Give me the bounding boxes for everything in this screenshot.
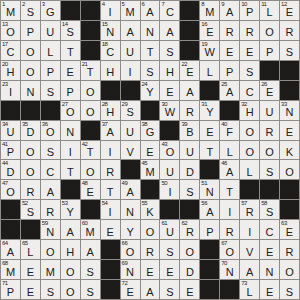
black-cell xyxy=(200,81,219,100)
grid-cell[interactable]: 17C xyxy=(1,41,20,60)
grid-cell[interactable]: R xyxy=(240,21,259,40)
cell-letter: H xyxy=(101,65,120,80)
cell-letter: F xyxy=(220,125,239,140)
cell-letter: V xyxy=(240,244,259,259)
cell-letter: O xyxy=(21,164,40,179)
cell-letter: A xyxy=(180,85,199,100)
grid-cell[interactable]: O xyxy=(21,141,40,160)
cell-letter: O xyxy=(21,145,40,160)
cell-letter: S xyxy=(240,65,259,80)
cell-letter: A xyxy=(121,184,140,199)
grid-cell[interactable]: R xyxy=(141,240,160,259)
grid-cell[interactable]: I xyxy=(121,61,140,80)
grid-cell[interactable]: O xyxy=(260,141,279,160)
cell-letter: E xyxy=(160,264,179,279)
grid-cell[interactable]: O xyxy=(240,141,259,160)
grid-cell[interactable]: O xyxy=(280,260,299,279)
grid-cell[interactable]: 37A xyxy=(101,121,120,140)
grid-cell[interactable]: 53Y xyxy=(61,200,80,219)
grid-cell[interactable]: 67O xyxy=(220,240,239,259)
grid-cell[interactable]: 39B xyxy=(180,121,199,140)
cell-letter: P xyxy=(1,145,20,160)
grid-cell[interactable]: P xyxy=(61,81,80,100)
grid-cell[interactable]: A xyxy=(141,280,160,299)
cell-letter: A xyxy=(240,264,259,279)
cell-letter: U xyxy=(121,125,140,140)
grid-cell[interactable]: E xyxy=(21,260,40,279)
grid-cell[interactable]: 5M xyxy=(121,1,140,20)
cell-letter: I xyxy=(101,204,120,219)
cell-letter: M xyxy=(121,5,140,20)
grid-cell[interactable]: S xyxy=(160,280,179,299)
cell-letter: O xyxy=(41,244,60,259)
grid-cell[interactable]: R xyxy=(220,21,239,40)
grid-cell[interactable]: R xyxy=(260,121,279,140)
cell-letter: N xyxy=(61,125,80,140)
cell-letter: A xyxy=(61,224,80,239)
cell-letter: A xyxy=(141,5,160,20)
grid-cell[interactable]: E xyxy=(260,280,279,299)
grid-cell[interactable]: 34U xyxy=(1,121,20,140)
grid-cell[interactable]: A xyxy=(180,81,199,100)
cell-letter: S xyxy=(141,65,160,80)
grid-cell[interactable]: A xyxy=(81,240,100,259)
cell-letter: O xyxy=(160,145,179,160)
grid-cell[interactable]: 44D xyxy=(1,160,20,179)
grid-cell[interactable]: S xyxy=(81,280,100,299)
grid-cell[interactable]: T xyxy=(220,180,239,199)
grid-cell[interactable]: 22E xyxy=(180,61,199,80)
grid-cell[interactable]: H xyxy=(101,61,120,80)
grid-cell[interactable]: 50I xyxy=(160,180,179,199)
grid-cell[interactable]: 70N xyxy=(220,260,239,279)
grid-cell[interactable]: E xyxy=(21,280,40,299)
cell-letter: T xyxy=(200,145,219,160)
grid-cell[interactable]: 65L xyxy=(21,240,40,259)
cell-letter: H xyxy=(1,65,20,80)
cell-letter: O xyxy=(1,184,20,199)
black-cell xyxy=(141,101,160,120)
grid-cell[interactable]: N xyxy=(141,21,160,40)
cell-letter: Y xyxy=(141,85,160,100)
grid-cell[interactable]: 61U xyxy=(160,220,179,239)
grid-cell[interactable]: H xyxy=(61,240,80,259)
grid-cell[interactable]: T xyxy=(61,41,80,60)
grid-cell[interactable]: 54I xyxy=(101,200,120,219)
cell-letter: D xyxy=(180,164,199,179)
grid-cell[interactable]: S xyxy=(280,280,299,299)
grid-cell[interactable]: 58S xyxy=(260,200,279,219)
black-cell xyxy=(280,81,299,100)
grid-cell[interactable]: A xyxy=(160,21,179,40)
cell-letter: M xyxy=(41,264,60,279)
grid-cell[interactable]: E xyxy=(280,121,299,140)
cell-letter: N xyxy=(101,25,120,40)
black-cell xyxy=(121,81,140,100)
cell-letter: O xyxy=(61,105,80,120)
cell-letter: S xyxy=(41,284,60,299)
cell-letter: K xyxy=(280,145,299,160)
grid-cell[interactable]: 40F xyxy=(220,121,239,140)
cell-letter: T xyxy=(81,145,100,160)
grid-cell[interactable]: N xyxy=(260,260,279,279)
cell-letter: O xyxy=(21,65,40,80)
cell-letter: L xyxy=(260,5,279,20)
grid-cell[interactable]: K xyxy=(280,141,299,160)
cell-letter: I xyxy=(240,224,259,239)
cell-letter: O xyxy=(61,284,80,299)
grid-cell[interactable]: E xyxy=(180,280,199,299)
cell-letter: E xyxy=(160,85,179,100)
grid-cell[interactable]: 3G xyxy=(41,1,60,20)
grid-cell[interactable]: 69N xyxy=(121,260,140,279)
cell-letter: I xyxy=(61,145,80,160)
grid-cell[interactable]: 36O xyxy=(41,121,60,140)
grid-cell[interactable]: I xyxy=(240,220,259,239)
grid-cell[interactable]: 45M xyxy=(141,160,160,179)
cell-letter: U xyxy=(160,164,179,179)
cell-letter: E xyxy=(141,264,160,279)
grid-cell[interactable]: 21T xyxy=(81,61,100,80)
grid-cell[interactable]: 19W xyxy=(200,41,219,60)
grid-cell[interactable]: 33N xyxy=(280,101,299,120)
cell-letter: O xyxy=(61,264,80,279)
grid-cell[interactable]: 27O xyxy=(61,101,80,120)
grid-cell[interactable]: 24Y xyxy=(141,81,160,100)
grid-cell[interactable]: N xyxy=(61,121,80,140)
grid-cell[interactable]: O xyxy=(260,21,279,40)
cell-letter: I xyxy=(101,145,120,160)
cell-letter: R xyxy=(41,204,60,219)
grid-cell[interactable]: P xyxy=(41,61,60,80)
grid-cell[interactable]: A xyxy=(121,21,140,40)
cell-letter: S xyxy=(160,244,179,259)
black-cell xyxy=(101,260,120,279)
black-cell xyxy=(200,160,219,179)
grid-cell[interactable]: O xyxy=(61,260,80,279)
grid-cell[interactable]: R xyxy=(21,180,40,199)
grid-cell[interactable]: E xyxy=(260,240,279,259)
grid-cell[interactable]: V xyxy=(121,141,140,160)
cell-letter: P xyxy=(240,5,259,20)
black-cell xyxy=(81,21,100,40)
grid-cell[interactable]: P xyxy=(260,41,279,60)
grid-cell[interactable]: O xyxy=(81,160,100,179)
grid-cell[interactable]: A xyxy=(41,180,60,199)
black-cell xyxy=(61,1,80,20)
grid-cell[interactable]: U xyxy=(41,21,60,40)
grid-cell[interactable]: E xyxy=(61,61,80,80)
grid-cell[interactable]: 73L xyxy=(240,280,259,299)
black-cell xyxy=(121,160,140,179)
grid-cell[interactable]: 56A xyxy=(200,200,219,219)
grid-cell[interactable]: E xyxy=(220,41,239,60)
grid-cell[interactable]: R xyxy=(220,220,239,239)
grid-cell[interactable]: T xyxy=(101,180,120,199)
grid-cell[interactable]: 16E xyxy=(200,21,219,40)
grid-cell[interactable]: U xyxy=(260,101,279,120)
grid-cell[interactable]: 51N xyxy=(200,180,219,199)
grid-cell[interactable]: E xyxy=(240,41,259,60)
grid-cell[interactable]: 29S xyxy=(121,101,140,120)
grid-cell[interactable]: 4I xyxy=(101,1,120,20)
cell-letter: R xyxy=(220,224,239,239)
cell-letter: U xyxy=(41,25,60,40)
grid-cell[interactable]: 1M xyxy=(1,1,20,20)
grid-cell[interactable]: 30W xyxy=(160,101,179,120)
grid-cell[interactable]: T xyxy=(61,160,80,179)
grid-cell[interactable]: 52S xyxy=(21,200,40,219)
cell-letter: R xyxy=(180,224,199,239)
cell-letter: P xyxy=(220,65,239,80)
grid-cell[interactable]: S xyxy=(160,240,179,259)
grid-cell[interactable]: 38G xyxy=(141,121,160,140)
cell-letter: A xyxy=(101,125,120,140)
grid-cell[interactable]: S xyxy=(180,180,199,199)
black-cell xyxy=(81,41,100,60)
grid-cell[interactable]: E xyxy=(101,220,120,239)
grid-cell[interactable]: E xyxy=(200,121,219,140)
cell-letter: N xyxy=(21,85,40,100)
grid-cell[interactable]: D xyxy=(180,160,199,179)
grid-cell[interactable]: 72E xyxy=(121,280,140,299)
grid-cell[interactable]: 47O xyxy=(1,180,20,199)
cell-letter: D xyxy=(21,125,40,140)
grid-cell[interactable]: D xyxy=(180,260,199,279)
cell-letter: R xyxy=(220,25,239,40)
cell-letter: W xyxy=(160,105,179,120)
grid-cell[interactable]: U xyxy=(121,41,140,60)
grid-cell[interactable]: E xyxy=(141,260,160,279)
grid-cell[interactable]: 42T xyxy=(81,141,100,160)
grid-cell[interactable]: 13O xyxy=(1,21,20,40)
grid-cell[interactable]: U xyxy=(160,160,179,179)
cell-letter: O xyxy=(81,164,100,179)
grid-cell[interactable]: E xyxy=(160,81,179,100)
grid-cell[interactable]: O xyxy=(61,280,80,299)
cell-letter: A xyxy=(220,164,239,179)
black-cell xyxy=(141,180,160,199)
grid-cell[interactable]: E xyxy=(141,141,160,160)
cell-letter: R xyxy=(260,125,279,140)
cell-letter: L xyxy=(21,244,40,259)
grid-cell[interactable]: 15N xyxy=(101,21,120,40)
grid-cell[interactable]: O xyxy=(41,240,60,259)
grid-cell[interactable]: N xyxy=(121,200,140,219)
grid-cell[interactable]: I xyxy=(220,200,239,219)
crossword-grid: 1M2S3G4I5M6A7C8M9A10P11L12E13OPU14S15NAN… xyxy=(0,0,300,300)
grid-cell[interactable]: S xyxy=(260,160,279,179)
black-cell xyxy=(81,200,100,219)
cell-letter: A xyxy=(141,284,160,299)
cell-letter: L xyxy=(240,284,259,299)
cell-letter: A xyxy=(121,25,140,40)
cell-letter: Y xyxy=(121,224,140,239)
grid-cell[interactable]: U xyxy=(121,121,140,140)
grid-cell[interactable]: S xyxy=(81,260,100,279)
grid-cell[interactable]: S xyxy=(41,81,60,100)
grid-cell[interactable]: 64A xyxy=(1,240,20,259)
cell-letter: C xyxy=(1,45,20,60)
grid-cell[interactable]: 6A xyxy=(141,1,160,20)
grid-cell[interactable]: 31Y xyxy=(200,101,219,120)
grid-cell[interactable]: S xyxy=(41,141,60,160)
grid-cell[interactable]: O xyxy=(21,41,40,60)
black-cell xyxy=(220,280,239,299)
cell-letter: N xyxy=(121,264,140,279)
grid-cell[interactable]: 10P xyxy=(240,1,259,20)
black-cell xyxy=(41,101,60,120)
cell-letter: S xyxy=(260,164,279,179)
grid-cell[interactable]: 60M xyxy=(81,220,100,239)
cell-letter: E xyxy=(61,65,80,80)
grid-cell[interactable]: C xyxy=(240,81,259,100)
cell-letter: K xyxy=(141,204,160,219)
grid-cell[interactable]: S xyxy=(141,61,160,80)
grid-cell[interactable]: 63E xyxy=(280,220,299,239)
grid-cell[interactable]: R xyxy=(280,240,299,259)
grid-cell[interactable]: 26E xyxy=(260,81,279,100)
grid-cell[interactable]: 2S xyxy=(21,1,40,20)
grid-cell[interactable]: L xyxy=(41,41,60,60)
grid-cell[interactable]: I xyxy=(101,141,120,160)
grid-cell[interactable]: A xyxy=(61,220,80,239)
cell-letter: A xyxy=(220,5,239,20)
grid-cell[interactable]: 8M xyxy=(200,1,219,20)
grid-cell[interactable]: A xyxy=(240,260,259,279)
black-cell xyxy=(280,180,299,199)
cell-letter: N xyxy=(200,184,219,199)
grid-cell[interactable]: O xyxy=(21,61,40,80)
grid-cell[interactable]: S xyxy=(41,280,60,299)
grid-cell[interactable]: S xyxy=(280,41,299,60)
grid-cell[interactable]: 23I xyxy=(1,81,20,100)
grid-cell[interactable]: 62R xyxy=(180,220,199,239)
cell-letter: O xyxy=(220,244,239,259)
grid-cell[interactable]: E xyxy=(160,260,179,279)
grid-cell[interactable]: 66O xyxy=(121,240,140,259)
grid-cell[interactable]: 28H xyxy=(101,101,120,120)
cell-letter: H xyxy=(160,65,179,80)
grid-cell[interactable]: R xyxy=(280,21,299,40)
black-cell xyxy=(101,240,120,259)
grid-cell[interactable]: C xyxy=(41,160,60,179)
grid-cell[interactable]: 18C xyxy=(101,41,120,60)
cell-letter: S xyxy=(21,5,40,20)
cell-letter: O xyxy=(41,125,60,140)
cell-letter: E xyxy=(240,45,259,60)
grid-cell[interactable]: 68M xyxy=(1,260,20,279)
grid-cell[interactable]: 25A xyxy=(220,81,239,100)
grid-cell[interactable]: 7C xyxy=(160,1,179,20)
cell-letter: S xyxy=(280,45,299,60)
grid-cell[interactable]: O xyxy=(240,121,259,140)
cell-letter: L xyxy=(41,45,60,60)
grid-cell[interactable]: 9A xyxy=(220,1,239,20)
grid-cell[interactable]: I xyxy=(61,141,80,160)
cell-letter: A xyxy=(41,184,60,199)
grid-cell[interactable]: O xyxy=(21,160,40,179)
grid-cell[interactable]: P xyxy=(21,21,40,40)
grid-cell[interactable]: 46A xyxy=(220,160,239,179)
grid-cell[interactable]: R xyxy=(41,200,60,219)
grid-cell[interactable]: 55K xyxy=(141,200,160,219)
grid-cell[interactable]: L xyxy=(240,160,259,179)
black-cell xyxy=(180,200,199,219)
grid-cell[interactable]: R xyxy=(101,160,120,179)
grid-cell[interactable]: M xyxy=(41,260,60,279)
grid-cell[interactable]: T xyxy=(200,141,219,160)
black-cell xyxy=(280,200,299,219)
grid-cell[interactable]: H xyxy=(160,61,179,80)
cell-letter: S xyxy=(280,284,299,299)
grid-cell[interactable]: O xyxy=(280,160,299,179)
grid-cell[interactable]: 59N xyxy=(41,220,60,239)
cell-letter: O xyxy=(180,244,199,259)
grid-cell[interactable]: O xyxy=(81,81,100,100)
grid-cell[interactable]: 12E xyxy=(280,1,299,20)
grid-cell[interactable]: V xyxy=(240,240,259,259)
cell-letter: C xyxy=(260,224,279,239)
grid-cell[interactable]: L xyxy=(220,141,239,160)
cell-letter: U xyxy=(260,105,279,120)
grid-cell[interactable]: 20H xyxy=(1,61,20,80)
grid-cell[interactable]: P xyxy=(220,61,239,80)
cell-letter: E xyxy=(280,5,299,20)
grid-cell[interactable]: U xyxy=(180,141,199,160)
grid-cell[interactable]: 57R xyxy=(240,200,259,219)
cell-letter: T xyxy=(141,45,160,60)
cell-letter: O xyxy=(1,25,20,40)
cell-letter: E xyxy=(260,284,279,299)
cell-letter: R xyxy=(240,25,259,40)
grid-cell[interactable]: C xyxy=(260,220,279,239)
grid-cell[interactable]: 41P xyxy=(1,141,20,160)
grid-cell[interactable]: L xyxy=(200,61,219,80)
cell-letter: R xyxy=(141,244,160,259)
cell-letter: C xyxy=(240,85,259,100)
grid-cell[interactable]: O xyxy=(141,220,160,239)
grid-cell[interactable]: 43O xyxy=(160,141,179,160)
grid-cell[interactable]: 71P xyxy=(1,280,20,299)
grid-cell[interactable]: N xyxy=(21,81,40,100)
cell-letter: L xyxy=(200,65,219,80)
grid-cell[interactable]: 48E xyxy=(81,180,100,199)
cell-letter: O xyxy=(240,125,259,140)
grid-cell[interactable]: S xyxy=(160,41,179,60)
cell-letter: S xyxy=(81,264,100,279)
grid-cell[interactable]: R xyxy=(180,101,199,120)
grid-cell[interactable]: 49A xyxy=(121,180,140,199)
cell-letter: S xyxy=(41,85,60,100)
grid-cell[interactable]: 32H xyxy=(240,101,259,120)
grid-cell[interactable]: O xyxy=(180,240,199,259)
grid-cell[interactable]: Y xyxy=(121,220,140,239)
grid-cell[interactable]: O xyxy=(81,101,100,120)
cell-letter: R xyxy=(240,204,259,219)
grid-cell[interactable]: 14S xyxy=(61,21,80,40)
grid-cell[interactable]: T xyxy=(141,41,160,60)
cell-letter: T xyxy=(220,184,239,199)
grid-cell[interactable]: S xyxy=(240,61,259,80)
black-cell xyxy=(1,101,20,120)
grid-cell[interactable]: P xyxy=(200,220,219,239)
grid-cell[interactable]: 35D xyxy=(21,121,40,140)
grid-cell[interactable]: 11L xyxy=(260,1,279,20)
cell-letter: L xyxy=(240,164,259,179)
black-cell xyxy=(1,220,20,239)
cell-letter: I xyxy=(160,184,179,199)
